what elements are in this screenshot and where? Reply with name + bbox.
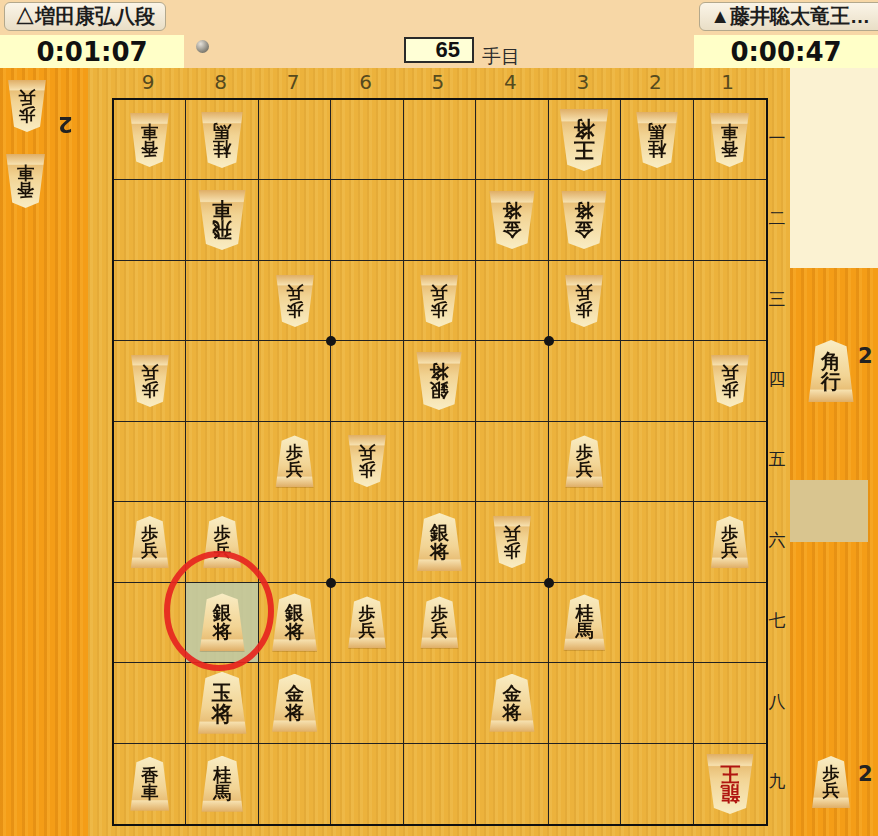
square-89[interactable]: 桂馬 (186, 744, 258, 824)
square-48[interactable]: 金将 (476, 663, 548, 743)
board-panel: 987654321 一二三四五六七八九 香車桂馬王将桂馬香車飛車金将金将歩兵歩兵… (88, 68, 790, 836)
piece-金将[interactable]: 金将 (559, 191, 609, 249)
clock-bar: 0:01:07 0:00:47 65 手目 (0, 35, 878, 68)
piece-char: 兵 (576, 461, 593, 478)
piece-char: 王 (720, 764, 740, 784)
square-44[interactable] (476, 341, 548, 421)
square-62[interactable] (331, 180, 403, 260)
piece-char: 馬 (648, 122, 666, 140)
piece-char: 歩 (359, 461, 376, 478)
square-15[interactable] (694, 422, 766, 502)
square-49[interactable] (476, 744, 548, 824)
square-69[interactable] (331, 744, 403, 824)
square-93[interactable] (114, 261, 186, 341)
square-13[interactable] (694, 261, 766, 341)
star-point (326, 578, 336, 588)
square-99[interactable]: 香車 (114, 744, 186, 824)
piece-金将[interactable]: 金将 (487, 191, 537, 249)
piece-香車[interactable]: 香車 (128, 757, 171, 811)
square-29[interactable] (621, 744, 693, 824)
shogi-app: △増田康弘八段 ▲藤井聡太竜王… 0:01:07 0:00:47 65 手目 歩… (0, 0, 878, 836)
piece-char: 兵 (431, 622, 448, 639)
square-21[interactable]: 桂馬 (621, 100, 693, 180)
piece-char: 将 (502, 201, 521, 220)
piece-char: 歩 (503, 542, 520, 559)
square-65[interactable]: 歩兵 (331, 422, 403, 502)
piece-歩兵[interactable]: 歩兵 (129, 355, 171, 407)
square-28[interactable] (621, 663, 693, 743)
piece-char: 兵 (576, 284, 593, 301)
piece-玉将[interactable]: 玉将 (195, 672, 249, 734)
piece-歩兵[interactable]: 歩兵 (709, 355, 751, 407)
piece-char: 兵 (359, 444, 376, 461)
piece-char: 兵 (141, 542, 158, 559)
star-point (544, 578, 554, 588)
piece-銀将[interactable]: 銀将 (414, 513, 464, 571)
piece-char: 車 (721, 123, 738, 140)
square-16[interactable]: 歩兵 (694, 502, 766, 582)
piece-char: 将 (502, 703, 521, 722)
piece-桂馬[interactable]: 桂馬 (561, 594, 607, 650)
square-87[interactable]: 銀将 (186, 583, 258, 663)
piece-歩兵[interactable]: 歩兵 (274, 435, 316, 487)
square-74[interactable] (259, 341, 331, 421)
file-label: 8 (184, 70, 256, 96)
piece-char: 車 (141, 784, 158, 801)
piece-char: 馬 (575, 622, 593, 640)
piece-char: 銀 (430, 381, 449, 400)
square-76[interactable] (259, 502, 331, 582)
star-point (326, 336, 336, 346)
square-18[interactable] (694, 663, 766, 743)
square-94[interactable]: 歩兵 (114, 341, 186, 421)
square-51[interactable] (404, 100, 476, 180)
piece-char: 兵 (721, 542, 738, 559)
piece-char: 将 (213, 622, 232, 641)
piece-char: 兵 (431, 284, 448, 301)
sente-hand-bishop[interactable]: 角行 (806, 340, 856, 402)
piece-歩兵[interactable]: 歩兵 (810, 756, 852, 808)
square-58[interactable] (404, 663, 476, 743)
square-81[interactable]: 桂馬 (186, 100, 258, 180)
square-98[interactable] (114, 663, 186, 743)
piece-歩兵[interactable]: 歩兵 (346, 596, 388, 648)
square-96[interactable]: 歩兵 (114, 502, 186, 582)
square-63[interactable] (331, 261, 403, 341)
piece-香車[interactable]: 香車 (128, 113, 171, 167)
square-78[interactable]: 金将 (259, 663, 331, 743)
piece-銀将[interactable]: 銀将 (414, 352, 464, 410)
square-23[interactable] (621, 261, 693, 341)
gote-hand-pawn[interactable]: 歩兵 (6, 80, 48, 132)
piece-char: 桂 (648, 140, 666, 158)
piece-歩兵[interactable]: 歩兵 (491, 516, 533, 568)
header-bar: △増田康弘八段 ▲藤井聡太竜王… (0, 0, 878, 35)
empty-stand-slot (790, 480, 868, 542)
file-label: 5 (402, 70, 474, 96)
piece-char: 将 (575, 201, 594, 220)
piece-歩兵[interactable]: 歩兵 (563, 275, 605, 327)
rank-label: 二 (766, 178, 788, 258)
piece-歩兵[interactable]: 歩兵 (418, 275, 460, 327)
square-53[interactable]: 歩兵 (404, 261, 476, 341)
square-32[interactable]: 金将 (549, 180, 621, 260)
piece-char: 将 (212, 703, 233, 724)
piece-龍王[interactable]: 龍王 (704, 754, 756, 814)
piece-角行[interactable]: 角行 (806, 340, 856, 402)
square-47[interactable] (476, 583, 548, 663)
piece-char: 金 (502, 220, 521, 239)
piece-銀将[interactable]: 銀将 (270, 593, 320, 651)
file-label: 1 (692, 70, 764, 96)
file-label: 2 (619, 70, 691, 96)
piece-char: 車 (212, 200, 232, 220)
piece-char: 歩 (19, 106, 36, 123)
piece-char: 歩 (576, 301, 593, 318)
piece-歩兵[interactable]: 歩兵 (563, 435, 605, 487)
square-52[interactable] (404, 180, 476, 260)
square-42[interactable]: 金将 (476, 180, 548, 260)
piece-歩兵[interactable]: 歩兵 (129, 516, 171, 568)
piece-char: 将 (430, 542, 449, 561)
piece-char: 馬 (213, 122, 231, 140)
square-59[interactable] (404, 744, 476, 824)
piece-char: 歩 (431, 301, 448, 318)
piece-char: 歩 (286, 301, 303, 318)
square-36[interactable] (549, 502, 621, 582)
rank-label: 四 (766, 339, 788, 419)
square-83[interactable] (186, 261, 258, 341)
rank-label: 三 (766, 259, 788, 339)
square-35[interactable]: 歩兵 (549, 422, 621, 502)
piece-歩兵[interactable]: 歩兵 (274, 275, 316, 327)
square-84[interactable] (186, 341, 258, 421)
piece-歩兵[interactable]: 歩兵 (346, 435, 388, 487)
piece-char: 将 (285, 703, 304, 722)
square-68[interactable] (331, 663, 403, 743)
rank-label: 七 (766, 581, 788, 661)
square-19[interactable]: 龍王 (694, 744, 766, 824)
file-label: 3 (547, 70, 619, 96)
square-54[interactable]: 銀将 (404, 341, 476, 421)
piece-char: 兵 (721, 364, 738, 381)
square-24[interactable] (621, 341, 693, 421)
file-label: 9 (112, 70, 184, 96)
piece-char: 兵 (823, 782, 840, 799)
piece-桂馬[interactable]: 桂馬 (634, 112, 680, 168)
square-66[interactable] (331, 502, 403, 582)
rank-label: 九 (766, 742, 788, 822)
piece-char: 兵 (286, 284, 303, 301)
square-55[interactable] (404, 422, 476, 502)
move-count-label: 手目 (482, 44, 520, 70)
square-41[interactable] (476, 100, 548, 180)
piece-char: 行 (821, 371, 841, 391)
piece-char: 香 (141, 140, 158, 157)
square-43[interactable] (476, 261, 548, 341)
square-79[interactable] (259, 744, 331, 824)
square-46[interactable]: 歩兵 (476, 502, 548, 582)
square-45[interactable] (476, 422, 548, 502)
piece-金将[interactable]: 金将 (270, 674, 320, 732)
piece-char: 車 (141, 123, 158, 140)
piece-香車[interactable]: 香車 (708, 113, 751, 167)
sente-name-plate: ▲藤井聡太竜王… (699, 2, 878, 31)
piece-歩兵[interactable]: 歩兵 (709, 516, 751, 568)
square-77[interactable]: 銀将 (259, 583, 331, 663)
file-label: 7 (257, 70, 329, 96)
square-22[interactable] (621, 180, 693, 260)
square-86[interactable]: 歩兵 (186, 502, 258, 582)
file-label: 4 (474, 70, 546, 96)
square-97[interactable] (114, 583, 186, 663)
square-31[interactable]: 王将 (549, 100, 621, 180)
square-88[interactable]: 玉将 (186, 663, 258, 743)
piece-char: 玉 (212, 682, 233, 703)
gote-captured-stand: 歩兵 2 香車 (0, 68, 88, 836)
square-75[interactable]: 歩兵 (259, 422, 331, 502)
square-25[interactable] (621, 422, 693, 502)
piece-char: 将 (574, 119, 595, 140)
square-33[interactable]: 歩兵 (549, 261, 621, 341)
piece-金将[interactable]: 金将 (487, 674, 537, 732)
piece-char: 将 (285, 622, 304, 641)
board-grid: 香車桂馬王将桂馬香車飛車金将金将歩兵歩兵歩兵歩兵銀将歩兵歩兵歩兵歩兵歩兵歩兵銀将… (112, 98, 768, 826)
square-73[interactable]: 歩兵 (259, 261, 331, 341)
right-top-panel (790, 68, 878, 268)
piece-char: 兵 (286, 461, 303, 478)
piece-char: 馬 (213, 784, 231, 802)
square-39[interactable] (549, 744, 621, 824)
sente-captured-stand: 角行 2 歩兵 2 (790, 68, 878, 836)
square-95[interactable] (114, 422, 186, 502)
piece-char: 歩 (141, 381, 158, 398)
gote-hand-pawn-count: 2 (58, 112, 73, 136)
rank-label: 五 (766, 420, 788, 500)
square-67[interactable]: 歩兵 (331, 583, 403, 663)
file-labels: 987654321 (112, 70, 764, 96)
square-91[interactable]: 香車 (114, 100, 186, 180)
piece-char: 龍 (720, 784, 740, 804)
piece-char: 兵 (359, 622, 376, 639)
square-37[interactable]: 桂馬 (549, 583, 621, 663)
piece-char: 車 (17, 164, 34, 181)
piece-char: 角 (821, 351, 841, 371)
piece-飛車[interactable]: 飛車 (196, 190, 248, 250)
square-27[interactable] (621, 583, 693, 663)
piece-char: 兵 (141, 364, 158, 381)
square-17[interactable] (694, 583, 766, 663)
rank-label: 一 (766, 98, 788, 178)
sente-hand-pawn[interactable]: 歩兵 (810, 756, 852, 808)
piece-char: 香 (721, 140, 738, 157)
rank-label: 六 (766, 500, 788, 580)
piece-char: 将 (430, 362, 449, 381)
piece-桂馬[interactable]: 桂馬 (199, 756, 245, 812)
square-72[interactable] (259, 180, 331, 260)
square-82[interactable]: 飛車 (186, 180, 258, 260)
rank-label: 八 (766, 661, 788, 741)
piece-char: 香 (17, 181, 34, 198)
piece-char: 金 (502, 684, 521, 703)
square-57[interactable]: 歩兵 (404, 583, 476, 663)
piece-char: 桂 (213, 140, 231, 158)
piece-char: 兵 (214, 542, 231, 559)
square-34[interactable] (549, 341, 621, 421)
gote-hand-lance[interactable]: 香車 (4, 154, 47, 208)
piece-char: 金 (575, 220, 594, 239)
sente-hand-pawn-count: 2 (858, 762, 873, 786)
square-56[interactable]: 銀将 (404, 502, 476, 582)
square-14[interactable]: 歩兵 (694, 341, 766, 421)
piece-銀将[interactable]: 銀将 (197, 593, 247, 651)
gote-clock: 0:01:07 (0, 35, 184, 68)
piece-歩兵[interactable]: 歩兵 (418, 596, 460, 648)
gote-name-plate: △増田康弘八段 (4, 2, 166, 31)
square-61[interactable] (331, 100, 403, 180)
piece-char: 兵 (19, 89, 36, 106)
square-64[interactable] (331, 341, 403, 421)
move-count-input[interactable]: 65 (404, 37, 474, 63)
piece-char: 飛 (212, 220, 232, 240)
file-label: 6 (329, 70, 401, 96)
square-71[interactable] (259, 100, 331, 180)
piece-香車[interactable]: 香車 (4, 154, 47, 208)
piece-王将[interactable]: 王将 (557, 109, 611, 171)
piece-char: 歩 (721, 381, 738, 398)
piece-歩兵[interactable]: 歩兵 (6, 80, 48, 132)
piece-char: 金 (285, 684, 304, 703)
square-92[interactable] (114, 180, 186, 260)
piece-char: 兵 (503, 525, 520, 542)
square-85[interactable] (186, 422, 258, 502)
piece-桂馬[interactable]: 桂馬 (199, 112, 245, 168)
rank-labels: 一二三四五六七八九 (766, 98, 788, 822)
sente-hand-bishop-count: 2 (858, 344, 873, 368)
square-11[interactable]: 香車 (694, 100, 766, 180)
piece-歩兵[interactable]: 歩兵 (201, 516, 243, 568)
turn-indicator-icon (196, 40, 209, 53)
sente-clock: 0:00:47 (694, 35, 878, 68)
square-38[interactable] (549, 663, 621, 743)
piece-char: 王 (574, 140, 595, 161)
star-point (544, 336, 554, 346)
square-26[interactable] (621, 502, 693, 582)
square-12[interactable] (694, 180, 766, 260)
